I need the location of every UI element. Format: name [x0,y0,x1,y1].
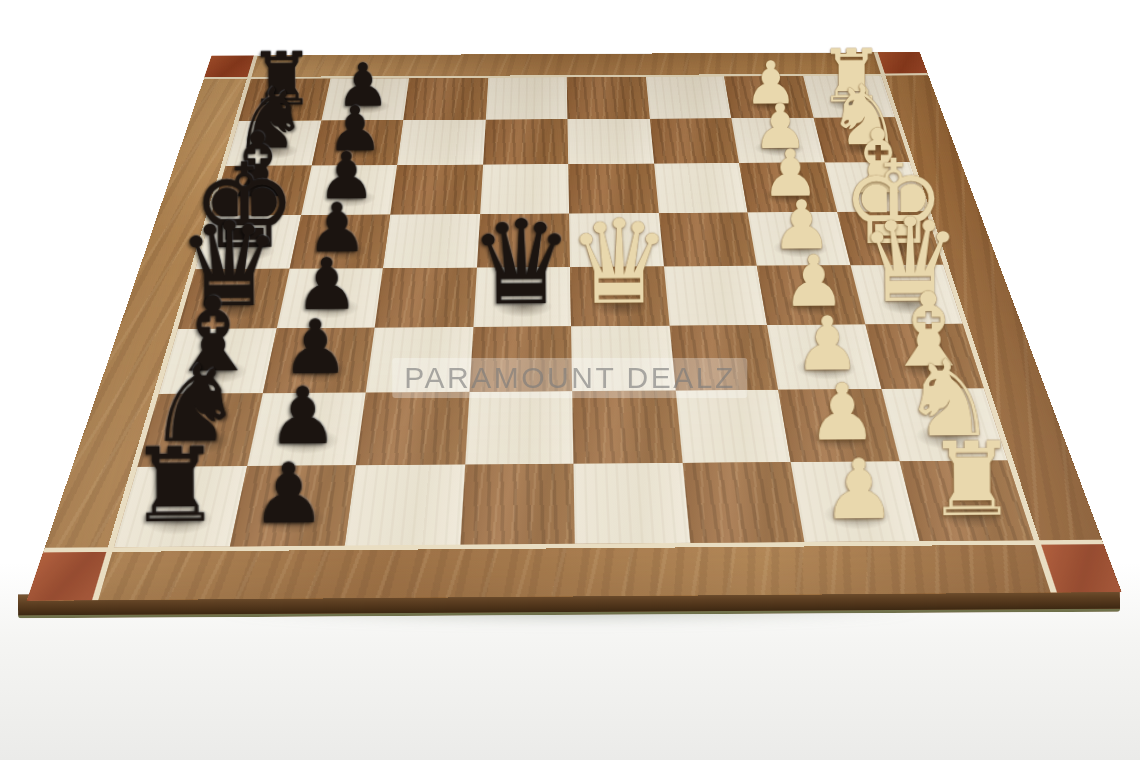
scene: ♜♟♟♜♞♟♟♞♝♟♟♝♚♟♟♚♛♟♛♛♟♛♝♟♟♝♞♟♟♞♜♟♟♜ [140,0,1000,697]
square-g6[interactable] [397,119,485,165]
chess-board: ♜♟♟♜♞♟♟♞♝♟♟♝♚♟♟♚♛♟♛♛♟♛♝♟♟♝♞♟♟♞♜♟♟♜ [27,52,1122,601]
product-photo-background: ♜♟♟♜♞♟♟♞♝♟♟♝♚♟♟♚♛♟♛♛♟♛♝♟♟♝♞♟♟♞♜♟♟♜ PARAM… [0,0,1140,760]
square-d4[interactable]: ♛ [570,266,669,326]
square-d6[interactable] [375,268,477,328]
square-a3[interactable] [682,462,804,543]
corner-inlay-block-bottom-right [1034,540,1122,593]
square-b3[interactable] [675,390,790,463]
square-h3[interactable] [645,77,731,119]
square-e6[interactable] [383,214,480,268]
square-g3[interactable] [649,118,739,164]
white-pawn-on-a2[interactable]: ♟ [821,452,896,529]
square-a4[interactable] [573,462,689,543]
square-b5[interactable] [465,391,574,464]
square-b4[interactable] [572,390,682,463]
square-a1[interactable]: ♜ [899,460,1034,541]
square-a8[interactable]: ♜ [114,466,247,548]
watermark-text: PARAMOUNT DEALZ [404,361,735,394]
square-h4[interactable] [567,77,650,119]
square-h5[interactable] [485,77,567,119]
square-g5[interactable] [483,119,569,165]
square-g4[interactable] [567,118,653,164]
white-pawn-on-b2[interactable]: ♟ [807,377,878,449]
black-pawn-on-b7[interactable]: ♟ [268,381,339,454]
square-a7[interactable]: ♟ [229,465,355,547]
square-e3[interactable] [658,212,756,266]
watermark: PARAMOUNT DEALZ [392,358,747,398]
playing-area: ♜♟♟♜♞♟♟♞♝♟♟♝♚♟♟♚♛♟♛♛♟♛♝♟♟♝♞♟♟♞♜♟♟♜ [106,74,1041,552]
square-d5[interactable]: ♛ [473,267,571,327]
square-h6[interactable] [403,78,488,120]
black-rook-on-a8[interactable]: ♜ [128,439,221,534]
square-a2[interactable]: ♟ [791,461,919,542]
square-a6[interactable] [345,464,465,545]
black-queen-on-d5[interactable]: ♛ [469,209,574,317]
corner-inlay-block-bottom-left [27,547,114,601]
white-queen-on-d4[interactable]: ♛ [567,208,672,316]
square-a5[interactable] [460,463,575,544]
black-pawn-on-a7[interactable]: ♟ [252,456,327,533]
white-rook-on-a1[interactable]: ♜ [926,433,1018,528]
square-b6[interactable] [356,392,469,465]
square-d3[interactable] [663,266,767,326]
